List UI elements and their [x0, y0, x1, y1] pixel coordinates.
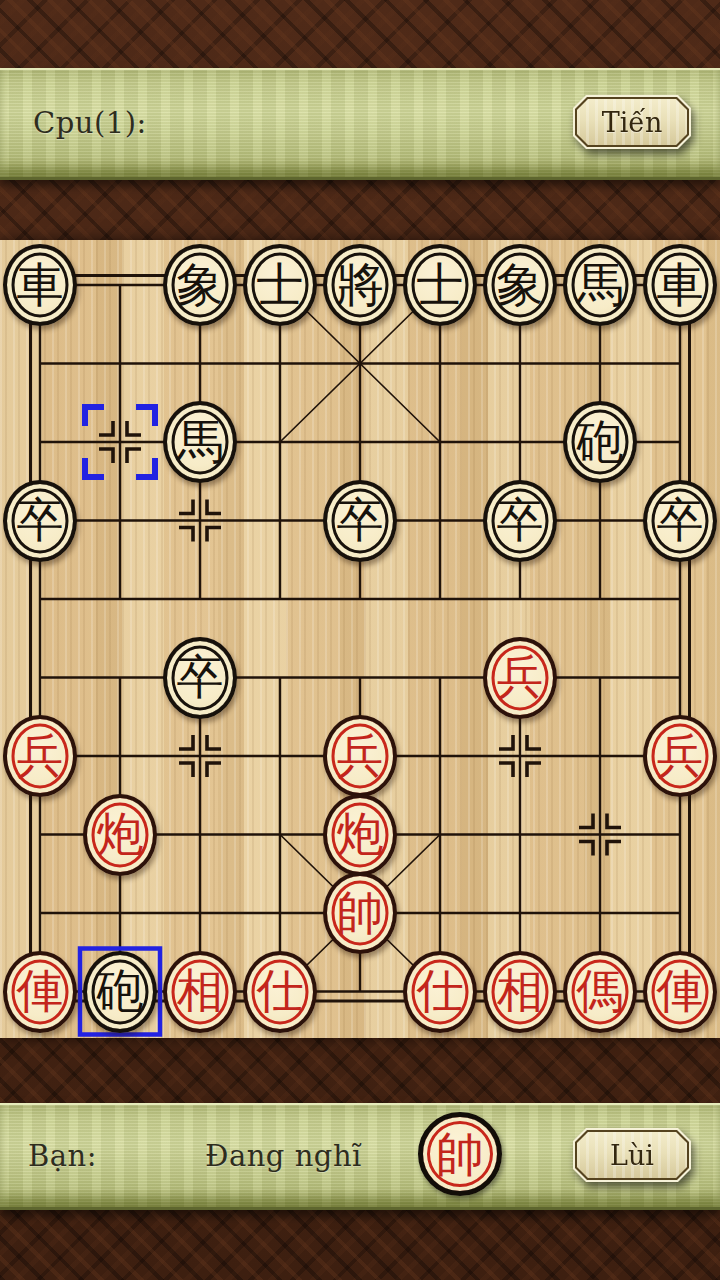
red-elephant[interactable]: 相 — [483, 951, 557, 1033]
piece-glyph: 卒 — [657, 496, 704, 543]
piece-glyph: 炮 — [97, 810, 144, 857]
black-general[interactable]: 將 — [323, 244, 397, 326]
black-soldier[interactable]: 卒 — [483, 480, 557, 562]
black-chariot[interactable]: 車 — [3, 244, 77, 326]
red-soldier[interactable]: 兵 — [483, 637, 557, 719]
player-label: Bạn: — [28, 1139, 97, 1173]
undo-button[interactable]: Lùi — [573, 1128, 691, 1182]
piece-glyph: 車 — [657, 261, 704, 308]
red-chariot[interactable]: 俥 — [3, 951, 77, 1033]
red-cannon[interactable]: 炮 — [83, 794, 157, 876]
piece-glyph: 砲 — [97, 967, 144, 1014]
piece-glyph: 卒 — [497, 496, 544, 543]
piece-glyph: 象 — [497, 261, 544, 308]
thinking-status-text: Đang nghĩ — [205, 1139, 362, 1173]
piece-glyph: 卒 — [17, 496, 64, 543]
piece-glyph: 象 — [177, 261, 224, 308]
piece-glyph: 相 — [497, 967, 544, 1014]
cpu-label: Cpu(1): — [33, 106, 147, 140]
piece-glyph: 卒 — [337, 496, 384, 543]
black-cannon[interactable]: 砲 — [83, 951, 157, 1033]
black-elephant[interactable]: 象 — [163, 244, 237, 326]
black-soldier[interactable]: 卒 — [643, 480, 717, 562]
red-soldier[interactable]: 兵 — [3, 715, 77, 797]
red-general[interactable]: 帥 — [323, 872, 397, 954]
piece-glyph: 兵 — [337, 732, 384, 779]
piece-glyph: 兵 — [497, 653, 544, 700]
undo-button-label: Lùi — [577, 1132, 687, 1178]
red-cannon[interactable]: 炮 — [323, 794, 397, 876]
red-soldier[interactable]: 兵 — [643, 715, 717, 797]
piece-glyph: 車 — [17, 261, 64, 308]
player-side-piece-icon: 帥 — [418, 1112, 502, 1196]
black-cannon[interactable]: 砲 — [563, 401, 637, 483]
black-soldier[interactable]: 卒 — [163, 637, 237, 719]
piece-glyph: 帥 — [337, 889, 384, 936]
red-advisor[interactable]: 仕 — [243, 951, 317, 1033]
black-elephant[interactable]: 象 — [483, 244, 557, 326]
piece-glyph: 兵 — [17, 732, 64, 779]
black-horse[interactable]: 馬 — [563, 244, 637, 326]
black-soldier[interactable]: 卒 — [323, 480, 397, 562]
piece-glyph: 士 — [257, 261, 304, 308]
red-horse[interactable]: 傌 — [563, 951, 637, 1033]
piece-glyph: 砲 — [577, 418, 624, 465]
red-elephant[interactable]: 相 — [163, 951, 237, 1033]
xiangqi-board[interactable]: 車象士將士象馬車馬砲卒卒卒卒卒兵兵兵兵炮炮帥俥砲相仕仕相傌俥 — [0, 240, 720, 1038]
red-soldier[interactable]: 兵 — [323, 715, 397, 797]
piece-glyph: 士 — [417, 261, 464, 308]
black-soldier[interactable]: 卒 — [3, 480, 77, 562]
piece-glyph: 俥 — [17, 967, 64, 1014]
cpu-status-bar: Cpu(1): Tiến — [0, 68, 720, 180]
red-chariot[interactable]: 俥 — [643, 951, 717, 1033]
piece-glyph: 兵 — [657, 732, 704, 779]
piece-glyph: 馬 — [177, 418, 224, 465]
piece-glyph: 馬 — [577, 261, 624, 308]
piece-glyph: 炮 — [337, 810, 384, 857]
piece-glyph: 仕 — [417, 967, 464, 1014]
black-horse[interactable]: 馬 — [163, 401, 237, 483]
piece-glyph: 卒 — [177, 653, 224, 700]
piece-glyph: 仕 — [257, 967, 304, 1014]
piece-glyph: 傌 — [577, 967, 624, 1014]
piece-glyph: 相 — [177, 967, 224, 1014]
piece-glyph: 將 — [337, 261, 384, 308]
red-advisor[interactable]: 仕 — [403, 951, 477, 1033]
piece-glyph: 俥 — [657, 967, 704, 1014]
black-advisor[interactable]: 士 — [243, 244, 317, 326]
forward-button-label: Tiến — [577, 99, 687, 145]
player-status-bar: Bạn: Đang nghĩ 帥 Lùi — [0, 1103, 720, 1210]
black-advisor[interactable]: 士 — [403, 244, 477, 326]
app-screen: Cpu(1): Tiến 車象士將士象馬車馬砲卒卒卒卒卒兵兵兵兵炮炮帥俥砲相仕仕… — [0, 0, 720, 1280]
forward-button[interactable]: Tiến — [573, 95, 691, 149]
player-side-piece-glyph: 帥 — [436, 1130, 484, 1178]
black-chariot[interactable]: 車 — [643, 244, 717, 326]
